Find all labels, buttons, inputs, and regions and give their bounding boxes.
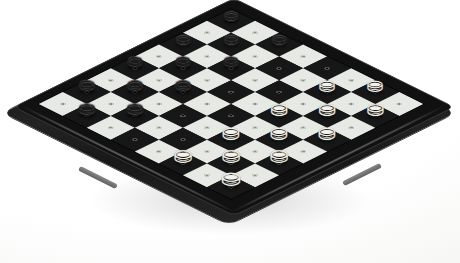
white-draughts-man-glyph: ⛂ — [173, 145, 192, 168]
black-draughts-man-glyph: ⛂ — [127, 53, 143, 72]
black-draughts-man-glyph: ⛂ — [174, 76, 191, 96]
black-draughts-man-glyph: ⛂ — [78, 99, 96, 120]
white-draughts-man-glyph: ⛂ — [269, 145, 288, 168]
white-draughts-man-glyph: ⛂ — [318, 99, 336, 120]
black-draughts-man-glyph: ⛂ — [175, 53, 191, 72]
white-draughts-man-glyph: ⛂ — [270, 99, 288, 120]
white-draughts-man-glyph: ⛂ — [221, 167, 241, 191]
black-draughts-man-glyph: ⛂ — [126, 76, 143, 96]
black-draughts-man-glyph: ⛂ — [126, 99, 144, 120]
white-draughts-man-glyph: ⛂ — [222, 122, 240, 144]
white-draughts-man-glyph: ⛂ — [318, 122, 336, 144]
black-draughts-man-glyph: ⛂ — [78, 76, 95, 96]
black-draughts-man-glyph: ⛂ — [224, 8, 238, 25]
black-draughts-man-glyph: ⛂ — [223, 31, 238, 49]
black-draughts-man-glyph: ⛂ — [175, 31, 190, 49]
white-draughts-man-glyph: ⛂ — [270, 122, 288, 144]
white-draughts-man-glyph: ⛂ — [367, 76, 384, 96]
black-draughts-man-glyph: ⛂ — [223, 53, 239, 72]
travel-checkers-photo: ⛂⛂⛂⛂⛂⛂⛂⛂⛂⛂⛂⛂⛂⛂⛂⛂⛂⛂⛂⛂⛂⛂⛂⛂ — [0, 0, 460, 263]
white-draughts-man-glyph: ⛂ — [319, 76, 336, 96]
black-draughts-man-glyph: ⛂ — [272, 31, 287, 49]
white-draughts-man-glyph: ⛂ — [366, 99, 384, 120]
